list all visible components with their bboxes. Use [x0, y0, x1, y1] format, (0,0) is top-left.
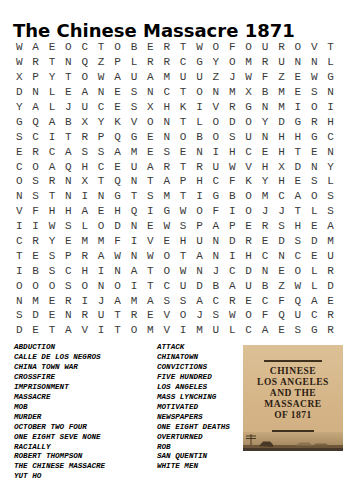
grid-cell[interactable]: T: [142, 174, 158, 189]
grid-cell[interactable]: S: [175, 219, 191, 234]
grid-cell[interactable]: R: [257, 55, 273, 70]
grid-cell[interactable]: Q: [27, 114, 43, 129]
grid-cell[interactable]: L: [224, 323, 240, 338]
grid-cell[interactable]: S: [290, 323, 306, 338]
grid-cell[interactable]: U: [240, 278, 256, 293]
grid-cell[interactable]: A: [142, 293, 158, 308]
grid-cell[interactable]: Q: [109, 129, 125, 144]
grid-cell[interactable]: T: [142, 263, 158, 278]
grid-cell[interactable]: S: [208, 308, 224, 323]
grid-cell[interactable]: G: [159, 204, 175, 219]
grid-cell[interactable]: N: [93, 85, 109, 100]
grid-cell[interactable]: P: [224, 219, 240, 234]
grid-cell[interactable]: N: [191, 263, 207, 278]
grid-cell[interactable]: U: [290, 308, 306, 323]
grid-cell[interactable]: U: [77, 100, 93, 115]
grid-cell[interactable]: I: [224, 248, 240, 263]
grid-cell[interactable]: T: [11, 248, 27, 263]
grid-cell[interactable]: E: [322, 293, 338, 308]
grid-cell[interactable]: L: [322, 55, 338, 70]
grid-cell[interactable]: B: [224, 189, 240, 204]
grid-cell[interactable]: W: [142, 248, 158, 263]
grid-cell[interactable]: M: [142, 323, 158, 338]
grid-cell[interactable]: Z: [208, 70, 224, 85]
grid-cell[interactable]: G: [306, 129, 322, 144]
grid-cell[interactable]: S: [322, 204, 338, 219]
grid-cell[interactable]: P: [109, 55, 125, 70]
grid-cell[interactable]: O: [11, 278, 27, 293]
grid-cell[interactable]: R: [322, 323, 338, 338]
grid-cell[interactable]: C: [208, 174, 224, 189]
grid-cell[interactable]: L: [322, 174, 338, 189]
grid-cell[interactable]: E: [306, 219, 322, 234]
grid-cell[interactable]: T: [175, 40, 191, 55]
grid-cell[interactable]: R: [77, 129, 93, 144]
grid-cell[interactable]: I: [93, 323, 109, 338]
grid-cell[interactable]: N: [11, 293, 27, 308]
grid-cell[interactable]: O: [93, 219, 109, 234]
grid-cell[interactable]: E: [93, 204, 109, 219]
grid-cell[interactable]: I: [191, 189, 207, 204]
grid-cell[interactable]: F: [224, 40, 240, 55]
grid-cell[interactable]: O: [109, 278, 125, 293]
grid-cell[interactable]: O: [240, 40, 256, 55]
grid-cell[interactable]: G: [290, 114, 306, 129]
grid-cell[interactable]: W: [109, 248, 125, 263]
grid-cell[interactable]: H: [77, 159, 93, 174]
grid-cell[interactable]: S: [126, 85, 142, 100]
grid-cell[interactable]: W: [175, 204, 191, 219]
grid-cell[interactable]: A: [27, 100, 43, 115]
grid-cell[interactable]: C: [240, 323, 256, 338]
grid-cell[interactable]: O: [11, 174, 27, 189]
grid-cell[interactable]: G: [11, 114, 27, 129]
grid-cell[interactable]: O: [159, 248, 175, 263]
grid-cell[interactable]: S: [126, 100, 142, 115]
grid-cell[interactable]: W: [224, 159, 240, 174]
grid-cell[interactable]: N: [93, 189, 109, 204]
grid-cell[interactable]: R: [159, 40, 175, 55]
grid-cell[interactable]: B: [126, 40, 142, 55]
grid-cell[interactable]: D: [240, 263, 256, 278]
grid-cell[interactable]: O: [126, 323, 142, 338]
grid-cell[interactable]: T: [44, 189, 60, 204]
grid-cell[interactable]: I: [11, 219, 27, 234]
grid-cell[interactable]: O: [208, 40, 224, 55]
grid-cell[interactable]: Q: [126, 204, 142, 219]
grid-cell[interactable]: O: [109, 40, 125, 55]
grid-cell[interactable]: N: [60, 189, 76, 204]
grid-cell[interactable]: E: [44, 293, 60, 308]
grid-cell[interactable]: O: [191, 204, 207, 219]
grid-cell[interactable]: O: [306, 100, 322, 115]
grid-cell[interactable]: V: [159, 323, 175, 338]
grid-cell[interactable]: T: [93, 174, 109, 189]
grid-cell[interactable]: E: [60, 234, 76, 249]
grid-cell[interactable]: W: [44, 219, 60, 234]
grid-cell[interactable]: U: [93, 308, 109, 323]
grid-cell[interactable]: N: [273, 248, 289, 263]
grid-cell[interactable]: S: [273, 219, 289, 234]
grid-cell[interactable]: G: [240, 100, 256, 115]
grid-cell[interactable]: X: [273, 159, 289, 174]
grid-cell[interactable]: E: [240, 293, 256, 308]
grid-cell[interactable]: I: [126, 234, 142, 249]
grid-cell[interactable]: F: [208, 204, 224, 219]
grid-cell[interactable]: J: [208, 263, 224, 278]
grid-cell[interactable]: I: [44, 129, 60, 144]
grid-cell[interactable]: I: [77, 189, 93, 204]
grid-cell[interactable]: E: [257, 234, 273, 249]
grid-cell[interactable]: E: [290, 70, 306, 85]
grid-cell[interactable]: O: [240, 308, 256, 323]
grid-cell[interactable]: Y: [11, 100, 27, 115]
grid-cell[interactable]: R: [159, 159, 175, 174]
grid-cell[interactable]: M: [322, 234, 338, 249]
grid-cell[interactable]: O: [77, 70, 93, 85]
grid-cell[interactable]: P: [27, 70, 43, 85]
grid-cell[interactable]: A: [208, 219, 224, 234]
grid-cell[interactable]: G: [126, 129, 142, 144]
grid-cell[interactable]: R: [224, 293, 240, 308]
grid-cell[interactable]: N: [60, 174, 76, 189]
grid-cell[interactable]: C: [159, 85, 175, 100]
grid-cell[interactable]: M: [93, 234, 109, 249]
grid-cell[interactable]: N: [257, 263, 273, 278]
grid-cell[interactable]: R: [273, 40, 289, 55]
grid-cell[interactable]: Q: [77, 55, 93, 70]
grid-cell[interactable]: L: [306, 204, 322, 219]
grid-cell[interactable]: V: [142, 234, 158, 249]
grid-cell[interactable]: V: [306, 40, 322, 55]
grid-cell[interactable]: R: [77, 248, 93, 263]
grid-cell[interactable]: O: [60, 40, 76, 55]
grid-cell[interactable]: H: [290, 219, 306, 234]
grid-cell[interactable]: R: [126, 308, 142, 323]
grid-cell[interactable]: T: [126, 189, 142, 204]
grid-cell[interactable]: A: [191, 293, 207, 308]
grid-cell[interactable]: A: [109, 70, 125, 85]
grid-cell[interactable]: M: [273, 100, 289, 115]
grid-cell[interactable]: I: [290, 100, 306, 115]
grid-cell[interactable]: W: [306, 70, 322, 85]
grid-cell[interactable]: H: [175, 234, 191, 249]
grid-cell[interactable]: G: [109, 189, 125, 204]
grid-cell[interactable]: A: [224, 278, 240, 293]
grid-cell[interactable]: U: [240, 129, 256, 144]
grid-cell[interactable]: F: [27, 204, 43, 219]
grid-cell[interactable]: S: [44, 263, 60, 278]
grid-cell[interactable]: D: [191, 278, 207, 293]
grid-cell[interactable]: A: [27, 40, 43, 55]
grid-cell[interactable]: N: [208, 234, 224, 249]
grid-cell[interactable]: L: [126, 55, 142, 70]
grid-cell[interactable]: L: [306, 263, 322, 278]
grid-cell[interactable]: E: [257, 144, 273, 159]
grid-cell[interactable]: O: [208, 129, 224, 144]
grid-cell[interactable]: A: [44, 159, 60, 174]
grid-cell[interactable]: S: [60, 278, 76, 293]
grid-cell[interactable]: C: [175, 55, 191, 70]
grid-cell[interactable]: T: [175, 85, 191, 100]
grid-cell[interactable]: U: [126, 159, 142, 174]
grid-cell[interactable]: N: [257, 129, 273, 144]
grid-cell[interactable]: S: [93, 144, 109, 159]
grid-cell[interactable]: L: [44, 85, 60, 100]
grid-cell[interactable]: C: [93, 159, 109, 174]
grid-cell[interactable]: O: [290, 263, 306, 278]
grid-cell[interactable]: N: [93, 278, 109, 293]
grid-cell[interactable]: W: [11, 55, 27, 70]
grid-cell[interactable]: F: [257, 308, 273, 323]
grid-cell[interactable]: Y: [44, 70, 60, 85]
grid-cell[interactable]: T: [175, 159, 191, 174]
grid-cell[interactable]: E: [27, 248, 43, 263]
grid-cell[interactable]: M: [126, 144, 142, 159]
grid-cell[interactable]: M: [191, 323, 207, 338]
grid-cell[interactable]: N: [191, 144, 207, 159]
grid-cell[interactable]: U: [175, 278, 191, 293]
grid-cell[interactable]: P: [60, 248, 76, 263]
grid-cell[interactable]: H: [257, 159, 273, 174]
grid-cell[interactable]: V: [11, 204, 27, 219]
grid-cell[interactable]: R: [142, 55, 158, 70]
grid-cell[interactable]: N: [27, 85, 43, 100]
grid-cell[interactable]: N: [208, 85, 224, 100]
grid-cell[interactable]: D: [224, 114, 240, 129]
grid-cell[interactable]: C: [11, 234, 27, 249]
grid-cell[interactable]: A: [191, 248, 207, 263]
grid-cell[interactable]: F: [109, 234, 125, 249]
grid-cell[interactable]: S: [60, 219, 76, 234]
grid-cell[interactable]: M: [159, 189, 175, 204]
grid-cell[interactable]: R: [27, 144, 43, 159]
grid-cell[interactable]: U: [191, 70, 207, 85]
grid-cell[interactable]: E: [109, 85, 125, 100]
grid-cell[interactable]: N: [208, 248, 224, 263]
grid-cell[interactable]: O: [240, 204, 256, 219]
grid-cell[interactable]: K: [240, 174, 256, 189]
grid-cell[interactable]: K: [109, 114, 125, 129]
grid-cell[interactable]: T: [44, 323, 60, 338]
grid-cell[interactable]: Y: [257, 174, 273, 189]
grid-cell[interactable]: B: [60, 114, 76, 129]
grid-cell[interactable]: N: [257, 100, 273, 115]
grid-cell[interactable]: O: [159, 263, 175, 278]
grid-cell[interactable]: I: [142, 204, 158, 219]
grid-cell[interactable]: I: [224, 204, 240, 219]
grid-cell[interactable]: B: [27, 263, 43, 278]
grid-cell[interactable]: I: [77, 293, 93, 308]
grid-cell[interactable]: X: [142, 100, 158, 115]
grid-cell[interactable]: I: [175, 323, 191, 338]
grid-cell[interactable]: N: [126, 219, 142, 234]
grid-cell[interactable]: K: [175, 100, 191, 115]
grid-cell[interactable]: N: [126, 174, 142, 189]
grid-cell[interactable]: U: [208, 159, 224, 174]
grid-cell[interactable]: J: [224, 70, 240, 85]
grid-cell[interactable]: U: [126, 70, 142, 85]
grid-cell[interactable]: W: [290, 278, 306, 293]
grid-cell[interactable]: A: [109, 144, 125, 159]
grid-cell[interactable]: B: [191, 129, 207, 144]
grid-cell[interactable]: O: [44, 278, 60, 293]
grid-cell[interactable]: V: [240, 159, 256, 174]
grid-cell[interactable]: O: [142, 114, 158, 129]
grid-cell[interactable]: E: [175, 144, 191, 159]
grid-cell[interactable]: W: [93, 70, 109, 85]
grid-cell[interactable]: D: [306, 234, 322, 249]
grid-cell[interactable]: M: [257, 189, 273, 204]
grid-cell[interactable]: C: [60, 263, 76, 278]
grid-cell[interactable]: N: [159, 129, 175, 144]
grid-cell[interactable]: H: [322, 114, 338, 129]
grid-cell[interactable]: A: [257, 323, 273, 338]
grid-cell[interactable]: H: [159, 100, 175, 115]
grid-cell[interactable]: T: [322, 40, 338, 55]
grid-cell[interactable]: T: [109, 308, 125, 323]
grid-cell[interactable]: H: [273, 129, 289, 144]
grid-cell[interactable]: P: [175, 174, 191, 189]
grid-cell[interactable]: S: [290, 234, 306, 249]
grid-cell[interactable]: T: [175, 114, 191, 129]
grid-cell[interactable]: J: [257, 204, 273, 219]
grid-cell[interactable]: F: [257, 70, 273, 85]
grid-cell[interactable]: V: [126, 114, 142, 129]
grid-cell[interactable]: Y: [257, 114, 273, 129]
grid-cell[interactable]: M: [77, 234, 93, 249]
grid-cell[interactable]: C: [93, 100, 109, 115]
grid-cell[interactable]: S: [44, 248, 60, 263]
grid-cell[interactable]: O: [208, 114, 224, 129]
grid-cell[interactable]: H: [77, 263, 93, 278]
grid-cell[interactable]: C: [290, 248, 306, 263]
grid-cell[interactable]: O: [77, 278, 93, 293]
grid-cell[interactable]: E: [142, 219, 158, 234]
grid-cell[interactable]: A: [126, 263, 142, 278]
grid-cell[interactable]: O: [306, 189, 322, 204]
grid-cell[interactable]: X: [11, 70, 27, 85]
grid-cell[interactable]: S: [224, 129, 240, 144]
grid-cell[interactable]: C: [27, 129, 43, 144]
grid-cell[interactable]: H: [109, 204, 125, 219]
grid-cell[interactable]: R: [60, 293, 76, 308]
grid-cell[interactable]: Q: [273, 308, 289, 323]
grid-cell[interactable]: N: [306, 159, 322, 174]
grid-cell[interactable]: A: [77, 204, 93, 219]
grid-cell[interactable]: R: [224, 100, 240, 115]
grid-cell[interactable]: E: [273, 323, 289, 338]
grid-cell[interactable]: C: [208, 293, 224, 308]
grid-cell[interactable]: R: [240, 234, 256, 249]
grid-cell[interactable]: V: [208, 100, 224, 115]
grid-cell[interactable]: D: [11, 323, 27, 338]
grid-cell[interactable]: O: [175, 308, 191, 323]
grid-cell[interactable]: S: [159, 144, 175, 159]
grid-cell[interactable]: U: [273, 55, 289, 70]
grid-cell[interactable]: R: [257, 219, 273, 234]
grid-cell[interactable]: A: [306, 293, 322, 308]
grid-cell[interactable]: Y: [93, 114, 109, 129]
grid-cell[interactable]: E: [142, 144, 158, 159]
grid-cell[interactable]: Q: [109, 174, 125, 189]
grid-cell[interactable]: S: [11, 129, 27, 144]
grid-cell[interactable]: H: [191, 174, 207, 189]
grid-cell[interactable]: W: [11, 40, 27, 55]
grid-cell[interactable]: O: [240, 114, 256, 129]
grid-cell[interactable]: P: [191, 219, 207, 234]
grid-cell[interactable]: Q: [60, 159, 76, 174]
grid-cell[interactable]: L: [191, 114, 207, 129]
grid-cell[interactable]: X: [77, 114, 93, 129]
grid-cell[interactable]: Z: [273, 70, 289, 85]
grid-cell[interactable]: R: [27, 234, 43, 249]
grid-cell[interactable]: S: [306, 174, 322, 189]
grid-cell[interactable]: A: [142, 70, 158, 85]
grid-cell[interactable]: C: [306, 308, 322, 323]
grid-cell[interactable]: I: [322, 100, 338, 115]
grid-cell[interactable]: A: [44, 114, 60, 129]
grid-cell[interactable]: E: [44, 40, 60, 55]
grid-cell[interactable]: Y: [44, 234, 60, 249]
grid-cell[interactable]: T: [60, 129, 76, 144]
grid-cell[interactable]: E: [142, 129, 158, 144]
grid-cell[interactable]: E: [109, 100, 125, 115]
grid-cell[interactable]: O: [240, 189, 256, 204]
grid-cell[interactable]: C: [257, 293, 273, 308]
grid-cell[interactable]: M: [273, 85, 289, 100]
grid-cell[interactable]: E: [27, 323, 43, 338]
grid-cell[interactable]: O: [290, 40, 306, 55]
grid-cell[interactable]: S: [27, 189, 43, 204]
grid-cell[interactable]: A: [142, 159, 158, 174]
grid-cell[interactable]: T: [175, 189, 191, 204]
grid-cell[interactable]: M: [240, 55, 256, 70]
grid-cell[interactable]: N: [290, 55, 306, 70]
grid-cell[interactable]: C: [77, 40, 93, 55]
grid-cell[interactable]: S: [27, 174, 43, 189]
grid-cell[interactable]: P: [93, 129, 109, 144]
grid-cell[interactable]: O: [191, 85, 207, 100]
grid-cell[interactable]: D: [322, 278, 338, 293]
grid-cell[interactable]: N: [159, 114, 175, 129]
grid-cell[interactable]: O: [27, 159, 43, 174]
grid-cell[interactable]: E: [273, 263, 289, 278]
grid-cell[interactable]: H: [44, 204, 60, 219]
grid-cell[interactable]: J: [60, 100, 76, 115]
grid-cell[interactable]: A: [60, 144, 76, 159]
grid-cell[interactable]: U: [191, 234, 207, 249]
grid-cell[interactable]: D: [11, 85, 27, 100]
grid-cell[interactable]: A: [109, 293, 125, 308]
grid-cell[interactable]: J: [93, 293, 109, 308]
grid-cell[interactable]: L: [306, 278, 322, 293]
grid-cell[interactable]: T: [60, 70, 76, 85]
grid-cell[interactable]: C: [322, 129, 338, 144]
grid-cell[interactable]: U: [322, 248, 338, 263]
grid-cell[interactable]: U: [257, 40, 273, 55]
grid-cell[interactable]: L: [44, 100, 60, 115]
grid-cell[interactable]: D: [273, 114, 289, 129]
grid-cell[interactable]: S: [77, 144, 93, 159]
grid-cell[interactable]: N: [322, 144, 338, 159]
grid-cell[interactable]: N: [109, 263, 125, 278]
grid-cell[interactable]: Y: [208, 55, 224, 70]
grid-cell[interactable]: M: [224, 85, 240, 100]
grid-cell[interactable]: Z: [93, 55, 109, 70]
grid-cell[interactable]: I: [93, 263, 109, 278]
grid-cell[interactable]: A: [77, 85, 93, 100]
